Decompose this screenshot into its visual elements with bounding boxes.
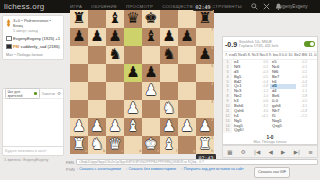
- black-player-name[interactable]: suddenly_sad (2186) −11: [21, 44, 60, 49]
- square-b6[interactable]: [88, 46, 106, 64]
- square-e6[interactable]: [142, 46, 160, 64]
- square-d2[interactable]: ♝: [124, 118, 142, 136]
- black-player-row[interactable]: FM suddenly_sad (2186) −11: [6, 44, 60, 50]
- chat-input[interactable]: Будьте вежливы в чате!: [3, 146, 63, 155]
- square-b5[interactable]: [88, 64, 106, 82]
- square-a8[interactable]: ♜: [70, 10, 88, 28]
- square-e7[interactable]: ♝: [142, 28, 160, 46]
- fen-input[interactable]: [76, 159, 318, 165]
- square-f6[interactable]: ♞: [160, 46, 178, 64]
- header-username[interactable]: EvgenyEvgeny: [277, 4, 308, 9]
- square-d3[interactable]: ♟: [124, 100, 142, 118]
- engine-info: Stockfish 14+ NNUE Глубина 17/45, 431 kn…: [239, 40, 302, 49]
- white-pawn[interactable]: ♟: [88, 117, 106, 136]
- square-a1[interactable]: a♜: [70, 136, 88, 154]
- square-g7[interactable]: ♟: [178, 28, 196, 46]
- black-knight[interactable]: ♞: [160, 45, 178, 64]
- black-queen[interactable]: ♛: [124, 9, 142, 28]
- square-g1[interactable]: g: [178, 136, 196, 154]
- square-h2[interactable]: 2♟: [196, 118, 214, 136]
- square-a2[interactable]: ♟: [70, 118, 88, 136]
- move-list: 1e40.0e5-0.22Nf3-0.2Nc6-0.13d3-0.3Nf6-0.…: [223, 60, 317, 133]
- square-b8[interactable]: [88, 10, 106, 28]
- square-c4[interactable]: [106, 82, 124, 100]
- result-score: 1-0: [223, 135, 317, 140]
- square-h8[interactable]: 8♜: [196, 10, 214, 28]
- square-c5[interactable]: [106, 64, 124, 82]
- move-white[interactable]: Qg6#: [232, 128, 257, 133]
- white-bishop[interactable]: ♝: [160, 135, 178, 154]
- black-clock: 02:49: [193, 3, 213, 11]
- white-pawn[interactable]: ♟: [178, 117, 196, 136]
- next-move-icon[interactable]: ▶: [281, 149, 285, 155]
- black-player-title: FM: [13, 44, 19, 49]
- square-h4[interactable]: 4: [196, 82, 214, 100]
- pgn-link[interactable]: Скачать с аннотациями: [77, 167, 121, 171]
- black-knight[interactable]: ♞: [106, 45, 124, 64]
- square-c2[interactable]: ♟: [106, 118, 124, 136]
- square-d7[interactable]: [124, 28, 142, 46]
- last-move-icon[interactable]: ▶|: [294, 149, 300, 155]
- gear-icon[interactable]: ⚙: [241, 149, 246, 155]
- square-f7[interactable]: ♟: [160, 28, 178, 46]
- engine-pv-line[interactable]: 7. exd5 Nxd5 8. Nc3 Nxc3 9. bxc3 0-0 10.…: [223, 51, 317, 60]
- square-h1[interactable]: 1h♜: [196, 136, 214, 154]
- white-bishop[interactable]: ♝: [124, 117, 142, 136]
- white-pawn[interactable]: ♟: [196, 117, 214, 136]
- square-g2[interactable]: ♟: [178, 118, 196, 136]
- black-pawn[interactable]: ♟: [160, 27, 178, 46]
- square-e2[interactable]: [142, 118, 160, 136]
- square-c1[interactable]: c♛: [106, 136, 124, 154]
- played-ago-label: 5 минут назад: [13, 29, 60, 33]
- white-knight[interactable]: ♞: [88, 135, 106, 154]
- square-f4[interactable]: [160, 82, 178, 100]
- black-pawn[interactable]: ♟: [178, 27, 196, 46]
- square-f8[interactable]: [160, 10, 178, 28]
- square-d6[interactable]: [124, 46, 142, 64]
- square-g6[interactable]: [178, 46, 196, 64]
- pgn-label: PGN: [66, 167, 75, 172]
- square-h6[interactable]: 6♟: [196, 46, 214, 64]
- black-pawn[interactable]: ♟: [106, 27, 124, 46]
- chat-enabled-toggle[interactable]: [34, 92, 37, 95]
- menu-icon[interactable]: ≡: [308, 149, 313, 155]
- white-knight[interactable]: ♞: [160, 99, 178, 118]
- rank-label: 3: [211, 101, 213, 105]
- white-pawn[interactable]: ♟: [106, 117, 124, 136]
- white-pawn[interactable]: ♟: [70, 117, 88, 136]
- square-d8[interactable]: ♛: [124, 10, 142, 28]
- black-rook[interactable]: ♜: [70, 9, 88, 28]
- pgn-link[interactable]: Получить код для вставки на сайт: [181, 167, 244, 171]
- time-control-label: 3+0 • Рейтинговая • Блиц: [13, 18, 60, 28]
- white-pawn[interactable]: ♟: [124, 99, 142, 118]
- square-b1[interactable]: b♞: [88, 136, 106, 154]
- square-d5[interactable]: ♟: [124, 64, 142, 82]
- rank-label: 7: [211, 29, 213, 33]
- search-icon[interactable]: [251, 3, 258, 10]
- rank-label: 5: [211, 65, 213, 69]
- square-g4[interactable]: [178, 82, 196, 100]
- white-rook[interactable]: ♜: [70, 135, 88, 154]
- game-info-card: 3+0 • Рейтинговая • Блиц 5 минут назад E…: [2, 15, 64, 60]
- square-g8[interactable]: [178, 10, 196, 28]
- square-a4[interactable]: [70, 82, 88, 100]
- black-pawn[interactable]: ♟: [142, 63, 160, 82]
- square-e1[interactable]: e♚: [142, 136, 160, 154]
- black-bishop[interactable]: ♝: [106, 9, 124, 28]
- white-pawn[interactable]: ♟: [160, 117, 178, 136]
- square-c7[interactable]: ♟: [106, 28, 124, 46]
- chat-panel: Чат для зрителей Заметки ⚙ Будьте вежлив…: [2, 88, 64, 156]
- white-player-name[interactable]: EvgenyEvgeny (1925) +11: [13, 36, 60, 41]
- square-a3[interactable]: [70, 100, 88, 118]
- fen-label: FEN: [66, 160, 74, 165]
- white-rook[interactable]: ♜: [196, 135, 214, 154]
- white-pawn[interactable]: ♟: [142, 81, 160, 100]
- white-player-row[interactable]: EvgenyEvgeny (1925) +11: [6, 36, 60, 42]
- square-h5[interactable]: 5: [196, 64, 214, 82]
- square-f3[interactable]: ♞: [160, 100, 178, 118]
- square-g3[interactable]: [178, 100, 196, 118]
- black-color-icon: [6, 44, 12, 50]
- chat-messages-area: [3, 99, 63, 146]
- gif-download-button[interactable]: Скачать как GIF: [254, 167, 290, 178]
- spectators-line: 1 зритель: EvgenyEvgeny: [4, 158, 48, 162]
- square-g5[interactable]: [178, 64, 196, 82]
- square-b4[interactable]: [88, 82, 106, 100]
- black-king[interactable]: ♚: [142, 9, 160, 28]
- blitz-flame-icon: [6, 19, 11, 27]
- engine-header: -0.9 Stockfish 14+ NNUE Глубина 17/45, 4…: [223, 37, 317, 51]
- white-color-icon: [6, 36, 12, 42]
- square-h3[interactable]: 3: [196, 100, 214, 118]
- pgn-row: PGN Скачать с аннотациямиСкачать без ком…: [66, 167, 252, 172]
- move-number: 15: [223, 128, 232, 133]
- tab-notes[interactable]: Заметки: [42, 92, 55, 96]
- square-f1[interactable]: f♝: [160, 136, 178, 154]
- square-e8[interactable]: ♚: [142, 10, 160, 28]
- square-b3[interactable]: [88, 100, 106, 118]
- lichess-logo[interactable]: lichess.org: [4, 2, 44, 11]
- engine-toggle[interactable]: [304, 41, 315, 47]
- rank-label: 4: [211, 83, 213, 87]
- square-a6[interactable]: [70, 46, 88, 64]
- analysis-panel: -0.9 Stockfish 14+ NNUE Глубина 17/45, 4…: [222, 36, 318, 145]
- black-pawn[interactable]: ♟: [88, 27, 106, 46]
- engine-depth: Глубина 17/45, 431 kn/s: [239, 44, 278, 48]
- square-a5[interactable]: [70, 64, 88, 82]
- pgn-links: Скачать с аннотациямиСкачать без коммент…: [77, 167, 244, 171]
- white-queen[interactable]: ♛: [106, 135, 124, 154]
- challenge-swords-icon[interactable]: [263, 3, 270, 10]
- square-e5[interactable]: ♟: [142, 64, 160, 82]
- square-e3[interactable]: [142, 100, 160, 118]
- game-result-note: Мат • Победа белых: [6, 52, 60, 57]
- chat-room-label: Чат для зрителей: [8, 90, 33, 98]
- square-c8[interactable]: ♝: [106, 10, 124, 28]
- square-c6[interactable]: ♞: [106, 46, 124, 64]
- black-pawn[interactable]: ♟: [124, 63, 142, 82]
- square-a7[interactable]: ♟: [70, 28, 88, 46]
- prev-move-icon[interactable]: ◀: [268, 149, 272, 155]
- chess-board[interactable]: ♜♝♛♚8♜♟♟♟♝♟♟7♞♞6♟♟♟5♟4♟♞3♟♟♟♝♟♟2♟a♜b♞c♛d…: [70, 10, 214, 154]
- result-note: Мат, Победа белых: [223, 140, 317, 144]
- chat-settings-icon[interactable]: ⚙: [57, 91, 61, 96]
- pgn-link[interactable]: Скачать без комментариев: [126, 167, 176, 171]
- black-rook[interactable]: ♜: [196, 9, 214, 28]
- square-h7[interactable]: 7: [196, 28, 214, 46]
- chat-room-select[interactable]: Чат для зрителей: [5, 88, 40, 99]
- black-bishop[interactable]: ♝: [142, 27, 160, 46]
- first-move-icon[interactable]: |◀: [254, 149, 260, 155]
- playback-controls: ▦⚙|◀◀▶▶|≡: [222, 145, 318, 158]
- square-e4[interactable]: ♟: [142, 82, 160, 100]
- square-c3[interactable]: [106, 100, 124, 118]
- black-pawn[interactable]: ♟: [70, 27, 88, 46]
- nav-item[interactable]: СООБЩЕСТВО: [162, 4, 196, 9]
- move-black[interactable]: [270, 128, 296, 133]
- fen-row: FEN: [66, 158, 318, 166]
- square-f5[interactable]: [160, 64, 178, 82]
- square-d4[interactable]: [124, 82, 142, 100]
- square-d1[interactable]: d: [124, 136, 142, 154]
- engine-eval: -0.9: [225, 41, 237, 48]
- white-king[interactable]: ♚: [142, 135, 160, 154]
- eval-white: [257, 128, 270, 133]
- black-pawn[interactable]: ♟: [196, 45, 214, 64]
- square-b2[interactable]: ♟: [88, 118, 106, 136]
- square-f2[interactable]: ♟: [160, 118, 178, 136]
- chat-header: Чат для зрителей Заметки ⚙: [3, 89, 63, 99]
- square-b7[interactable]: ♟: [88, 28, 106, 46]
- explorer-icon[interactable]: ▦: [227, 149, 232, 155]
- eval-black: [296, 128, 309, 133]
